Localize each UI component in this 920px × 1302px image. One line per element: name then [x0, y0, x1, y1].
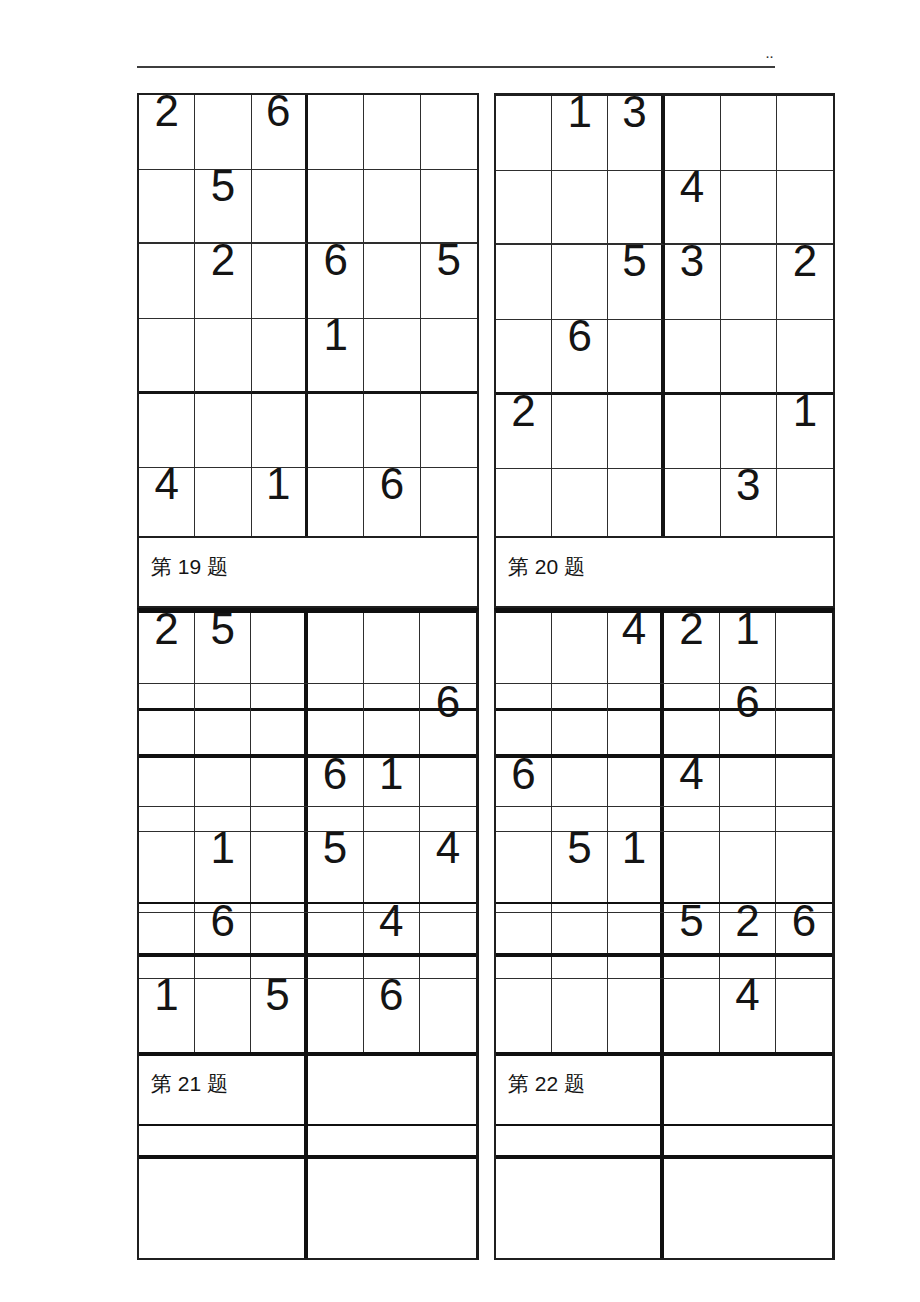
- band-row: 第 22 题: [496, 1056, 832, 1126]
- sudoku-cell: [139, 807, 195, 831]
- given-digit: 1: [568, 90, 592, 134]
- given-digit: 3: [680, 239, 704, 283]
- sudoku-cell: [308, 957, 364, 978]
- given-digit: 2: [211, 238, 235, 282]
- sudoku-cell: [420, 758, 476, 806]
- given-digit: 4: [679, 752, 703, 796]
- band-row: 156: [139, 979, 476, 1056]
- given-digit: 6: [379, 973, 403, 1017]
- sudoku-cell: [721, 245, 777, 320]
- given-digit: 2: [154, 607, 178, 651]
- given-digit: 5: [567, 826, 591, 870]
- sudoku-cell: [496, 96, 552, 171]
- sudoku-cell: [496, 807, 552, 831]
- empty-cell: [496, 1159, 664, 1258]
- header-mark: ..: [766, 49, 774, 60]
- given-digit: 1: [735, 607, 759, 651]
- sudoku-cell: [665, 395, 721, 469]
- sudoku-cell: [552, 613, 608, 683]
- puzzle-20-label-text: 第 20 题: [508, 555, 585, 578]
- sudoku-cell: [364, 170, 420, 244]
- empty-cell: [664, 1126, 832, 1155]
- given-digit: 4: [436, 826, 460, 870]
- sudoku-cell: [364, 807, 420, 831]
- puzzle-19-label-text: 第 19 题: [151, 555, 228, 578]
- sudoku-cell: 1: [364, 758, 420, 806]
- sudoku-cell: [420, 957, 476, 978]
- sudoku-cell: [552, 395, 608, 469]
- sudoku-cell: [665, 469, 721, 536]
- given-digit: 6: [323, 238, 347, 282]
- given-digit: 6: [436, 680, 460, 724]
- sudoku-cell: [308, 394, 364, 468]
- given-digit: 6: [735, 680, 759, 724]
- puzzle-19-label: 第 19 题: [137, 538, 479, 608]
- sudoku-cell: 1: [777, 395, 833, 469]
- empty-cell: [308, 1159, 477, 1258]
- sudoku-cell: 3: [665, 245, 721, 320]
- sudoku-cell: 1: [720, 613, 776, 683]
- sudoku-cell: [721, 171, 777, 245]
- sudoku-cell: [251, 913, 307, 953]
- band-row: 421: [496, 613, 832, 684]
- sudoku-cell: [421, 319, 477, 394]
- sudoku-cell: 4: [364, 913, 420, 953]
- band-row: [139, 904, 476, 913]
- sudoku-cell: [552, 979, 608, 1052]
- given-digit: 6: [266, 89, 290, 133]
- sudoku-cell: [308, 913, 364, 953]
- sudoku-cell: [608, 171, 664, 245]
- sudoku-cell: [364, 244, 420, 319]
- given-digit: 5: [211, 607, 235, 651]
- sudoku-cell: [552, 957, 608, 978]
- sudoku-cell: [251, 904, 307, 912]
- given-digit: 5: [211, 164, 235, 208]
- sudoku-cell: [608, 979, 664, 1052]
- sudoku-cell: [308, 170, 364, 244]
- sudoku-cell: [308, 95, 364, 170]
- band-row: 6: [139, 684, 476, 711]
- empty-cell: [308, 1126, 477, 1155]
- sudoku-cell: [496, 904, 552, 912]
- sudoku-cell: 2: [664, 613, 720, 683]
- sudoku-cell: 6: [308, 758, 364, 806]
- sudoku-cell: [721, 320, 777, 395]
- sudoku-cell: [195, 95, 251, 170]
- sudoku-cell: [776, 957, 832, 978]
- sudoku-cell: [664, 979, 720, 1052]
- sudoku-cell: [420, 979, 476, 1052]
- sudoku-cell: [552, 758, 608, 806]
- given-digit: 4: [379, 899, 403, 943]
- sudoku-cell: [608, 395, 664, 469]
- given-digit: 2: [735, 899, 759, 943]
- sudoku-cell: [364, 319, 420, 394]
- sudoku-cell: 2: [139, 95, 195, 170]
- band-row: 61: [139, 758, 476, 807]
- sudoku-cell: 4: [608, 613, 664, 683]
- band-row: [496, 957, 832, 979]
- sudoku-cell: 2: [496, 395, 552, 469]
- sudoku-cell: [776, 613, 832, 683]
- sudoku-cell: [664, 807, 720, 831]
- given-digit: 1: [211, 826, 235, 870]
- puzzle-label-text: 第 22 题: [496, 1056, 660, 1098]
- sudoku-cell: [139, 758, 195, 806]
- given-digit: 4: [154, 462, 178, 506]
- sudoku-cell: 6: [496, 758, 552, 806]
- sudoku-cell: [776, 807, 832, 831]
- sudoku-cell: [777, 96, 833, 171]
- given-digit: 4: [735, 973, 759, 1017]
- given-digit: 3: [622, 90, 646, 134]
- sudoku-cell: [421, 468, 477, 536]
- sudoku-cell: [195, 758, 251, 806]
- sudoku-cell: [139, 832, 195, 902]
- sudoku-cell: 2: [720, 913, 776, 953]
- sudoku-cell: 3: [608, 96, 664, 171]
- given-digit: 3: [736, 463, 760, 507]
- sudoku-cell: [364, 95, 420, 170]
- given-digit: 1: [154, 973, 178, 1017]
- sudoku-cell: [308, 979, 364, 1052]
- sudoku-cell: [608, 320, 664, 395]
- sudoku-cell: 5: [664, 913, 720, 953]
- sudoku-cell: [721, 96, 777, 171]
- sudoku-cell: [496, 245, 552, 320]
- sudoku-cell: [721, 395, 777, 469]
- puzzle-label-text: 第 21 题: [139, 1056, 304, 1098]
- sudoku-cell: [139, 913, 195, 953]
- given-digit: 1: [266, 462, 290, 506]
- empty-cell: [139, 1159, 308, 1258]
- sudoku-cell: [720, 832, 776, 902]
- sudoku-cell: [720, 807, 776, 831]
- band-row: 51: [496, 832, 832, 904]
- sudoku-cell: 2: [139, 613, 195, 683]
- sudoku-cell: [496, 832, 552, 902]
- sudoku-cell: [552, 171, 608, 245]
- sudoku-cell: [252, 319, 308, 394]
- sudoku-cell: [139, 394, 195, 468]
- sudoku-cell: [496, 957, 552, 978]
- sudoku-cell: [608, 957, 664, 978]
- given-digit: 5: [323, 826, 347, 870]
- sudoku-cell: [364, 394, 420, 468]
- sudoku-cell: [552, 469, 608, 536]
- given-digit: 6: [792, 899, 816, 943]
- sudoku-cell: 4: [665, 171, 721, 245]
- given-digit: 6: [568, 314, 592, 358]
- sudoku-cell: [421, 170, 477, 244]
- given-digit: 6: [511, 752, 535, 796]
- sudoku-cell: [308, 468, 364, 536]
- band-row: [496, 904, 832, 913]
- sudoku-cell: 6: [308, 244, 364, 319]
- sudoku-cell: 5: [552, 832, 608, 902]
- sudoku-cell: [776, 711, 832, 754]
- sudoku-cell: [664, 711, 720, 754]
- sudoku-cell: [665, 96, 721, 171]
- given-digit: 6: [380, 462, 404, 506]
- sudoku-cell: 5: [251, 979, 307, 1052]
- band-row: [496, 807, 832, 832]
- sudoku-cell: [251, 613, 307, 683]
- sudoku-cell: [252, 244, 308, 319]
- sudoku-cell: [421, 394, 477, 468]
- given-digit: 1: [379, 752, 403, 796]
- sudoku-cell: [195, 957, 251, 978]
- band-row: [496, 711, 832, 758]
- puzzle-label-cell: 第 22 题: [496, 1056, 664, 1124]
- sudoku-cell: [552, 245, 608, 320]
- sudoku-cell: 5: [195, 613, 251, 683]
- sudoku-cell: [251, 832, 307, 902]
- sudoku-cell: [608, 758, 664, 806]
- sudoku-cell: 6: [776, 913, 832, 953]
- given-digit: 2: [154, 89, 178, 133]
- sudoku-cell: [777, 469, 833, 536]
- worksheet-page: .. 2652651416 1345326213 第 19 题 第 20 题 2…: [0, 0, 920, 1302]
- given-digit: 2: [511, 389, 535, 433]
- sudoku-cell: [251, 758, 307, 806]
- band-row: [139, 1126, 476, 1159]
- band-row: [496, 1126, 832, 1159]
- sudoku-cell: [496, 469, 552, 536]
- given-digit: 2: [679, 607, 703, 651]
- empty-cell: [139, 1126, 308, 1155]
- given-digit: 5: [437, 238, 461, 282]
- sudoku-cell: [720, 758, 776, 806]
- sudoku-cell: 4: [664, 758, 720, 806]
- given-digit: 1: [323, 313, 347, 357]
- sudoku-cell: [552, 904, 608, 912]
- sudoku-cell: [664, 957, 720, 978]
- sudoku-cell: 3: [721, 469, 777, 536]
- sudoku-cell: [776, 758, 832, 806]
- sudoku-cell: [364, 832, 420, 902]
- sudoku-cell: [496, 979, 552, 1052]
- sudoku-cell: 6: [552, 320, 608, 395]
- sudoku-cell: 5: [608, 245, 664, 320]
- band-row: 第 21 题: [139, 1056, 476, 1126]
- sudoku-cell: [552, 711, 608, 754]
- sudoku-cell: [308, 904, 364, 912]
- sudoku-cell: [496, 320, 552, 395]
- band-row: 4: [496, 979, 832, 1056]
- sudoku-cell: [608, 469, 664, 536]
- band-row: [496, 1159, 832, 1258]
- puzzle-22-grid: 421664515264第 22 题: [494, 608, 835, 1260]
- sudoku-cell: 4: [720, 979, 776, 1052]
- empty-cell: [664, 1159, 832, 1258]
- given-digit: 5: [679, 899, 703, 943]
- band-row: 25: [139, 613, 476, 684]
- sudoku-cell: [195, 319, 251, 394]
- given-digit: 2: [793, 239, 817, 283]
- sudoku-cell: [777, 171, 833, 245]
- sudoku-cell: [139, 711, 195, 754]
- band-row: 526: [496, 913, 832, 957]
- sudoku-cell: [139, 170, 195, 244]
- puzzle-21-grid: 2566115464156第 21 题: [137, 608, 479, 1260]
- empty-cell: [664, 1056, 832, 1124]
- given-digit: 5: [265, 973, 289, 1017]
- sudoku-cell: 1: [552, 96, 608, 171]
- sudoku-cell: [195, 979, 251, 1052]
- sudoku-cell: 2: [195, 244, 251, 319]
- given-digit: 6: [211, 899, 235, 943]
- sudoku-cell: [364, 613, 420, 683]
- sudoku-cell: [195, 468, 251, 536]
- sudoku-cell: [496, 913, 552, 953]
- sudoku-cell: 1: [195, 832, 251, 902]
- band-row: 64: [496, 758, 832, 807]
- sudoku-cell: [421, 95, 477, 170]
- puzzle-label-cell: 第 21 题: [139, 1056, 308, 1124]
- given-digit: 5: [622, 239, 646, 283]
- sudoku-cell: 4: [139, 468, 195, 536]
- given-digit: 4: [680, 165, 704, 209]
- sudoku-cell: [308, 711, 364, 754]
- sudoku-cell: [608, 711, 664, 754]
- sudoku-cell: 6: [364, 979, 420, 1052]
- sudoku-cell: 1: [252, 468, 308, 536]
- sudoku-cell: [251, 711, 307, 754]
- sudoku-cell: [308, 613, 364, 683]
- band-row: [139, 1159, 476, 1258]
- sudoku-cell: [420, 913, 476, 953]
- sudoku-cell: [195, 711, 251, 754]
- sudoku-cell: 5: [308, 832, 364, 902]
- band-row: [139, 807, 476, 832]
- sudoku-cell: [139, 319, 195, 394]
- given-digit: 1: [793, 389, 817, 433]
- sudoku-cell: [608, 913, 664, 953]
- sudoku-cell: [552, 913, 608, 953]
- sudoku-cell: [252, 170, 308, 244]
- sudoku-cell: 6: [364, 468, 420, 536]
- sudoku-cell: [777, 320, 833, 395]
- sudoku-cell: [496, 711, 552, 754]
- sudoku-cell: [665, 320, 721, 395]
- sudoku-cell: [776, 979, 832, 1052]
- band-row: 154: [139, 832, 476, 904]
- sudoku-cell: [496, 613, 552, 683]
- sudoku-cell: [139, 904, 195, 912]
- sudoku-cell: [252, 394, 308, 468]
- sudoku-cell: 5: [421, 244, 477, 319]
- puzzle-20-label: 第 20 题: [494, 538, 835, 608]
- puzzle-19-grid: 2652651416: [137, 93, 479, 538]
- sudoku-cell: [251, 807, 307, 831]
- puzzle-20-grid: 1345326213: [494, 93, 835, 538]
- sudoku-cell: [364, 711, 420, 754]
- sudoku-cell: 2: [777, 245, 833, 320]
- sudoku-cell: [420, 904, 476, 912]
- sudoku-cell: 6: [252, 95, 308, 170]
- empty-cell: [496, 1126, 664, 1155]
- given-digit: 1: [622, 826, 646, 870]
- given-digit: 4: [622, 607, 646, 651]
- sudoku-cell: 4: [420, 832, 476, 902]
- sudoku-cell: [776, 832, 832, 902]
- sudoku-cell: [496, 171, 552, 245]
- sudoku-cell: 1: [308, 319, 364, 394]
- sudoku-cell: 1: [139, 979, 195, 1052]
- band-row: [139, 957, 476, 979]
- sudoku-cell: [664, 832, 720, 902]
- sudoku-cell: [420, 613, 476, 683]
- band-row: 64: [139, 913, 476, 957]
- sudoku-cell: [195, 394, 251, 468]
- sudoku-cell: [139, 244, 195, 319]
- sudoku-cell: 6: [195, 913, 251, 953]
- sudoku-cell: 1: [608, 832, 664, 902]
- sudoku-cell: [608, 904, 664, 912]
- band-row: [139, 711, 476, 758]
- header-rule: [137, 66, 775, 68]
- given-digit: 6: [323, 752, 347, 796]
- sudoku-cell: 5: [195, 170, 251, 244]
- band-row: 6: [496, 684, 832, 711]
- empty-cell: [308, 1056, 477, 1124]
